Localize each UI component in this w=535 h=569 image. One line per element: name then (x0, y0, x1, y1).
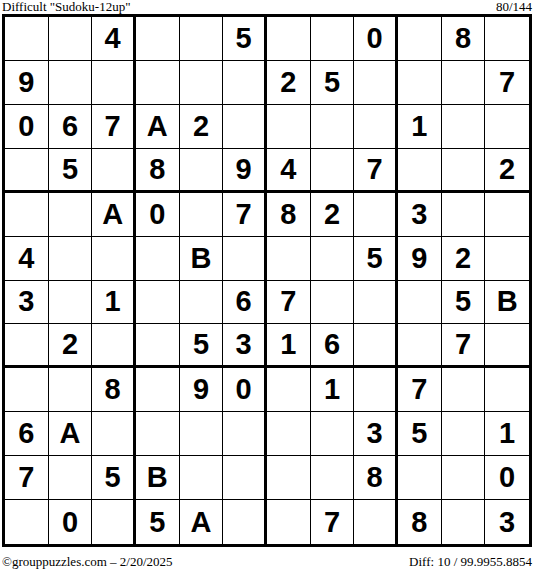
cell-r7c1-given: 3 (5, 281, 49, 325)
cell-r2c4-empty[interactable] (136, 61, 180, 105)
cell-r12c11-empty[interactable] (442, 500, 486, 544)
cell-r10c10-given: 5 (398, 412, 442, 456)
cell-r5c3-given: A (92, 193, 136, 237)
cell-r12c1-empty[interactable] (5, 500, 49, 544)
cell-r10c1-given: 6 (5, 412, 49, 456)
cell-r9c7-empty[interactable] (267, 368, 311, 412)
cell-r4c2-given: 5 (49, 149, 93, 193)
cell-r4c6-given: 9 (223, 149, 267, 193)
cell-r11c11-empty[interactable] (442, 456, 486, 500)
cell-r5c1-empty[interactable] (5, 193, 49, 237)
cell-r7c11-given: 5 (442, 281, 486, 325)
cell-r2c11-empty[interactable] (442, 61, 486, 105)
cell-r9c6-given: 0 (223, 368, 267, 412)
cell-r1c11-given: 8 (442, 17, 486, 61)
cell-r3c6-empty[interactable] (223, 105, 267, 149)
cell-r1c7-empty[interactable] (267, 17, 311, 61)
cell-r3c12-empty[interactable] (485, 105, 529, 149)
cell-r6c5-given: B (180, 237, 224, 281)
cell-r9c2-empty[interactable] (49, 368, 93, 412)
cell-r8c1-empty[interactable] (5, 324, 49, 368)
cell-r6c9-given: 5 (354, 237, 398, 281)
empty-cell-counter: 80/144 (496, 0, 532, 13)
cell-r2c5-empty[interactable] (180, 61, 224, 105)
cell-r3c1-given: 0 (5, 105, 49, 149)
cell-r11c6-empty[interactable] (223, 456, 267, 500)
cell-r9c9-empty[interactable] (354, 368, 398, 412)
cell-r11c5-empty[interactable] (180, 456, 224, 500)
cell-r6c2-empty[interactable] (49, 237, 93, 281)
cell-r2c9-empty[interactable] (354, 61, 398, 105)
cell-r5c10-given: 3 (398, 193, 442, 237)
cell-r8c5-given: 5 (180, 324, 224, 368)
cell-r6c3-empty[interactable] (92, 237, 136, 281)
cell-r9c8-given: 1 (311, 368, 355, 412)
cell-r12c5-given: A (180, 500, 224, 544)
cell-r5c12-empty[interactable] (485, 193, 529, 237)
cell-r12c9-empty[interactable] (354, 500, 398, 544)
difficulty-rating: Diff: 10 / 99.9955.8854 (409, 555, 532, 569)
cell-r3c11-empty[interactable] (442, 105, 486, 149)
cell-r11c4-given: B (136, 456, 180, 500)
cell-r4c1-empty[interactable] (5, 149, 49, 193)
cell-r3c5-given: 2 (180, 105, 224, 149)
cell-r7c4-empty[interactable] (136, 281, 180, 325)
cell-r6c7-empty[interactable] (267, 237, 311, 281)
cell-r12c3-empty[interactable] (92, 500, 136, 544)
cell-r4c7-given: 4 (267, 149, 311, 193)
cell-r11c8-empty[interactable] (311, 456, 355, 500)
cell-r8c7-given: 1 (267, 324, 311, 368)
cell-r10c5-empty[interactable] (180, 412, 224, 456)
cell-r2c8-given: 5 (311, 61, 355, 105)
cell-r8c12-empty[interactable] (485, 324, 529, 368)
cell-r6c1-given: 4 (5, 237, 49, 281)
cell-r5c11-empty[interactable] (442, 193, 486, 237)
cell-r1c4-empty[interactable] (136, 17, 180, 61)
cell-r1c3-given: 4 (92, 17, 136, 61)
cell-r11c9-given: 8 (354, 456, 398, 500)
cell-r11c2-empty[interactable] (49, 456, 93, 500)
cell-r2c2-empty[interactable] (49, 61, 93, 105)
cell-r6c4-empty[interactable] (136, 237, 180, 281)
cell-r10c9-given: 3 (354, 412, 398, 456)
cell-r10c3-empty[interactable] (92, 412, 136, 456)
cell-r4c3-empty[interactable] (92, 149, 136, 193)
cell-r5c2-empty[interactable] (49, 193, 93, 237)
cell-r3c10-given: 1 (398, 105, 442, 149)
cell-r5c9-empty[interactable] (354, 193, 398, 237)
cell-r5c8-given: 2 (311, 193, 355, 237)
cell-r10c2-given: A (49, 412, 93, 456)
cell-r4c10-empty[interactable] (398, 149, 442, 193)
cell-r11c10-empty[interactable] (398, 456, 442, 500)
cell-r12c12-given: 3 (485, 500, 529, 544)
cell-r12c6-empty[interactable] (223, 500, 267, 544)
cell-r6c10-given: 9 (398, 237, 442, 281)
cell-r12c8-given: 7 (311, 500, 355, 544)
cell-r12c10-given: 8 (398, 500, 442, 544)
cell-r8c9-empty[interactable] (354, 324, 398, 368)
cell-r7c7-given: 7 (267, 281, 311, 325)
cell-r3c9-empty[interactable] (354, 105, 398, 149)
sudoku-board: 45089257067A21589472A078234B59231675B253… (2, 14, 532, 547)
cell-r4c11-empty[interactable] (442, 149, 486, 193)
cell-r11c12-given: 0 (485, 456, 529, 500)
cell-r6c12-empty[interactable] (485, 237, 529, 281)
cell-r6c11-given: 2 (442, 237, 486, 281)
cell-r7c3-given: 1 (92, 281, 136, 325)
cell-r8c8-given: 6 (311, 324, 355, 368)
cell-r8c6-given: 3 (223, 324, 267, 368)
cell-r2c7-given: 2 (267, 61, 311, 105)
cell-r2c6-empty[interactable] (223, 61, 267, 105)
cell-r8c10-empty[interactable] (398, 324, 442, 368)
cell-r4c8-empty[interactable] (311, 149, 355, 193)
cell-r9c11-empty[interactable] (442, 368, 486, 412)
cell-r3c3-given: 7 (92, 105, 136, 149)
cell-r2c3-empty[interactable] (92, 61, 136, 105)
cell-r2c1-given: 9 (5, 61, 49, 105)
cell-r9c12-empty[interactable] (485, 368, 529, 412)
cell-r9c10-given: 7 (398, 368, 442, 412)
cell-r3c4-given: A (136, 105, 180, 149)
cell-r8c11-given: 7 (442, 324, 486, 368)
cell-r11c3-given: 5 (92, 456, 136, 500)
cell-r9c5-given: 9 (180, 368, 224, 412)
cell-r5c4-given: 0 (136, 193, 180, 237)
cell-r8c2-given: 2 (49, 324, 93, 368)
cell-r1c6-given: 5 (223, 17, 267, 61)
cell-r9c3-given: 8 (92, 368, 136, 412)
cell-r10c6-empty[interactable] (223, 412, 267, 456)
cell-r10c7-empty[interactable] (267, 412, 311, 456)
cell-r7c8-empty[interactable] (311, 281, 355, 325)
cell-r11c7-empty[interactable] (267, 456, 311, 500)
cell-r4c4-given: 8 (136, 149, 180, 193)
header: Difficult "Sudoku-12up" 80/144 (0, 0, 535, 14)
cell-r10c4-empty[interactable] (136, 412, 180, 456)
cell-r2c12-given: 7 (485, 61, 529, 105)
cell-r8c4-empty[interactable] (136, 324, 180, 368)
cell-r7c6-given: 6 (223, 281, 267, 325)
cell-r6c6-empty[interactable] (223, 237, 267, 281)
cell-r7c9-empty[interactable] (354, 281, 398, 325)
cell-r9c4-empty[interactable] (136, 368, 180, 412)
cell-r8c3-empty[interactable] (92, 324, 136, 368)
cell-r12c2-given: 0 (49, 500, 93, 544)
cell-r4c9-given: 7 (354, 149, 398, 193)
cell-r4c12-given: 2 (485, 149, 529, 193)
cell-r5c6-given: 7 (223, 193, 267, 237)
cell-r10c8-empty[interactable] (311, 412, 355, 456)
cell-r7c10-empty[interactable] (398, 281, 442, 325)
cell-r4c5-empty[interactable] (180, 149, 224, 193)
cell-r5c5-empty[interactable] (180, 193, 224, 237)
cell-r7c5-empty[interactable] (180, 281, 224, 325)
cell-r9c1-empty[interactable] (5, 368, 49, 412)
puzzle-title: Difficult "Sudoku-12up" (2, 0, 130, 13)
cell-r7c2-empty[interactable] (49, 281, 93, 325)
cell-r7c12-given: B (485, 281, 529, 325)
cell-r2c10-empty[interactable] (398, 61, 442, 105)
cell-r3c7-empty[interactable] (267, 105, 311, 149)
cell-r1c10-empty[interactable] (398, 17, 442, 61)
cell-r1c2-empty[interactable] (49, 17, 93, 61)
footer: ©grouppuzzles.com – 2/20/2025 Diff: 10 /… (0, 547, 535, 569)
cell-r12c7-empty[interactable] (267, 500, 311, 544)
cell-r3c2-given: 6 (49, 105, 93, 149)
cell-r10c12-given: 1 (485, 412, 529, 456)
cell-r12c4-given: 5 (136, 500, 180, 544)
cell-r5c7-given: 8 (267, 193, 311, 237)
cell-r1c5-empty[interactable] (180, 17, 224, 61)
cell-r1c12-empty[interactable] (485, 17, 529, 61)
cell-r11c1-given: 7 (5, 456, 49, 500)
cell-r6c8-empty[interactable] (311, 237, 355, 281)
cell-r3c8-empty[interactable] (311, 105, 355, 149)
copyright-date: ©grouppuzzles.com – 2/20/2025 (2, 555, 173, 569)
cell-r1c1-empty[interactable] (5, 17, 49, 61)
puzzle-page: Difficult "Sudoku-12up" 80/144 450892570… (0, 0, 535, 569)
cell-r1c8-empty[interactable] (311, 17, 355, 61)
cell-r10c11-empty[interactable] (442, 412, 486, 456)
cell-r1c9-given: 0 (354, 17, 398, 61)
